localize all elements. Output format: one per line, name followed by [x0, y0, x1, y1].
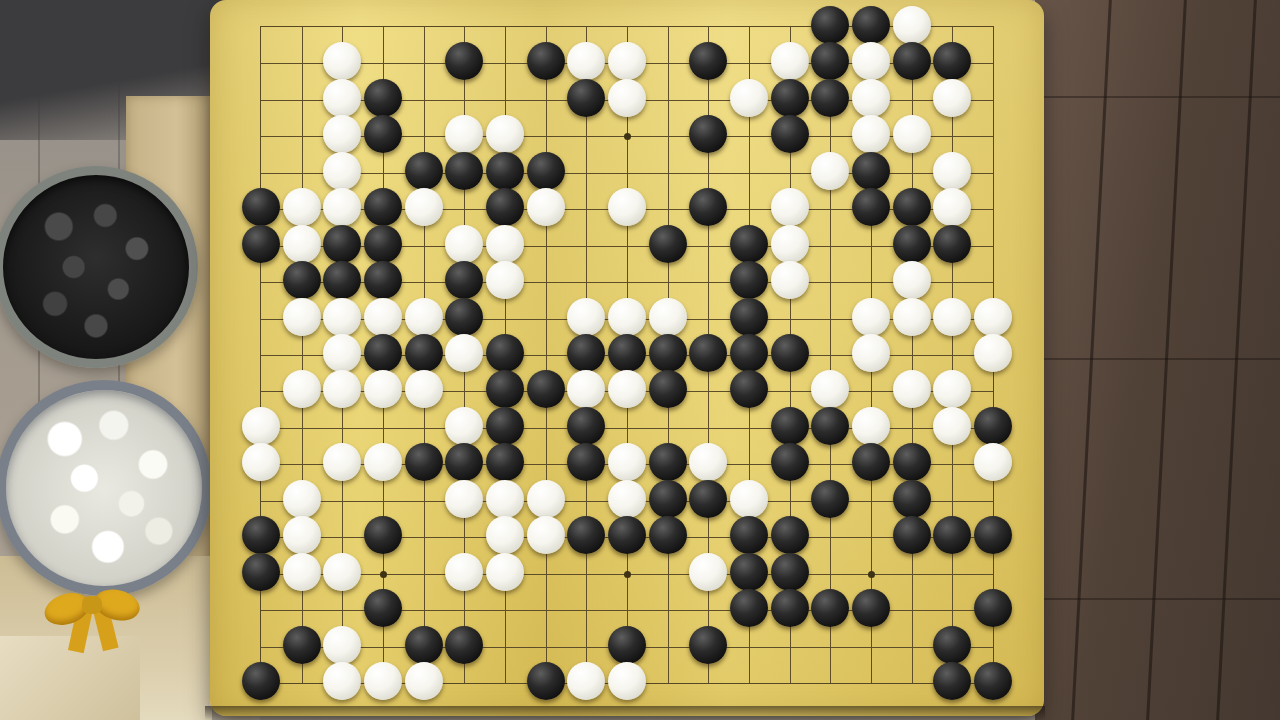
- black-stone[interactable]: [974, 589, 1012, 627]
- black-stone[interactable]: [811, 589, 849, 627]
- black-stone[interactable]: [405, 334, 443, 372]
- white-stone[interactable]: [893, 261, 931, 299]
- white-stone[interactable]: [852, 42, 890, 80]
- black-stone[interactable]: [811, 42, 849, 80]
- black-stone[interactable]: [649, 370, 687, 408]
- black-stone[interactable]: [689, 334, 727, 372]
- black-stone[interactable]: [771, 589, 809, 627]
- black-stone[interactable]: [771, 407, 809, 445]
- white-stone[interactable]: [933, 370, 971, 408]
- black-stone[interactable]: [567, 334, 605, 372]
- black-stone[interactable]: [974, 662, 1012, 700]
- black-stone[interactable]: [893, 443, 931, 481]
- white-stone[interactable]: [974, 298, 1012, 336]
- white-stone[interactable]: [567, 370, 605, 408]
- black-stone[interactable]: [486, 334, 524, 372]
- black-stone[interactable]: [730, 516, 768, 554]
- black-stone[interactable]: [527, 370, 565, 408]
- black-stone[interactable]: [730, 553, 768, 591]
- white-stone[interactable]: [689, 443, 727, 481]
- black-stone[interactable]: [974, 516, 1012, 554]
- black-stone[interactable]: [933, 225, 971, 263]
- black-stone[interactable]: [405, 443, 443, 481]
- white-stone[interactable]: [893, 370, 931, 408]
- black-stone[interactable]: [649, 443, 687, 481]
- white-stone[interactable]: [486, 516, 524, 554]
- black-stone[interactable]: [649, 516, 687, 554]
- black-stone[interactable]: [811, 6, 849, 44]
- white-stone[interactable]: [323, 626, 361, 664]
- plank-seam: [1071, 0, 1112, 720]
- black-stone[interactable]: [242, 188, 280, 226]
- black-stone[interactable]: [445, 626, 483, 664]
- white-stone[interactable]: [527, 188, 565, 226]
- black-stone[interactable]: [242, 662, 280, 700]
- white-stone[interactable]: [486, 261, 524, 299]
- white-stone[interactable]: [323, 152, 361, 190]
- white-stone[interactable]: [486, 553, 524, 591]
- black-stone[interactable]: [730, 334, 768, 372]
- black-stone[interactable]: [608, 334, 646, 372]
- black-stone[interactable]: [771, 334, 809, 372]
- black-stone[interactable]: [771, 553, 809, 591]
- black-stone[interactable]: [933, 516, 971, 554]
- black-stone[interactable]: [608, 626, 646, 664]
- white-stone[interactable]: [445, 480, 483, 518]
- white-stone[interactable]: [527, 480, 565, 518]
- black-stone[interactable]: [283, 626, 321, 664]
- black-stone[interactable]: [893, 225, 931, 263]
- white-stone[interactable]: [771, 42, 809, 80]
- white-stone[interactable]: [405, 298, 443, 336]
- black-stone[interactable]: [364, 589, 402, 627]
- black-stone[interactable]: [242, 225, 280, 263]
- white-stone[interactable]: [323, 115, 361, 153]
- board-shadow: [205, 706, 1045, 720]
- white-stone[interactable]: [283, 370, 321, 408]
- star-point: [380, 571, 387, 578]
- white-stone[interactable]: [323, 42, 361, 80]
- white-stone[interactable]: [364, 298, 402, 336]
- white-stone[interactable]: [445, 225, 483, 263]
- black-stone[interactable]: [893, 42, 931, 80]
- go-grid[interactable]: [260, 26, 994, 684]
- white-stone[interactable]: [486, 225, 524, 263]
- white-stone[interactable]: [689, 553, 727, 591]
- black-stone[interactable]: [242, 553, 280, 591]
- black-stone[interactable]: [567, 443, 605, 481]
- black-stone[interactable]: [527, 42, 565, 80]
- white-stone[interactable]: [527, 516, 565, 554]
- white-stone[interactable]: [608, 662, 646, 700]
- white-stone[interactable]: [486, 480, 524, 518]
- black-stone-bowl[interactable]: [0, 166, 198, 368]
- white-stone[interactable]: [933, 79, 971, 117]
- black-stone[interactable]: [852, 188, 890, 226]
- white-stone[interactable]: [323, 370, 361, 408]
- black-stone[interactable]: [730, 298, 768, 336]
- black-stone[interactable]: [486, 443, 524, 481]
- black-stone[interactable]: [933, 626, 971, 664]
- white-stone-bowl[interactable]: [0, 380, 212, 596]
- white-stone[interactable]: [567, 298, 605, 336]
- black-stone[interactable]: [689, 42, 727, 80]
- black-stone[interactable]: [893, 480, 931, 518]
- white-stone[interactable]: [811, 152, 849, 190]
- black-stone[interactable]: [811, 480, 849, 518]
- star-point: [624, 571, 631, 578]
- white-stone[interactable]: [608, 480, 646, 518]
- white-stone[interactable]: [608, 370, 646, 408]
- white-stone[interactable]: [567, 662, 605, 700]
- white-stone[interactable]: [933, 188, 971, 226]
- black-stone[interactable]: [527, 152, 565, 190]
- black-stone[interactable]: [771, 79, 809, 117]
- white-stone[interactable]: [852, 298, 890, 336]
- black-stone[interactable]: [445, 42, 483, 80]
- white-stone[interactable]: [852, 407, 890, 445]
- black-stone[interactable]: [567, 516, 605, 554]
- white-stone[interactable]: [323, 188, 361, 226]
- black-stone[interactable]: [364, 261, 402, 299]
- white-stone[interactable]: [852, 79, 890, 117]
- white-stone[interactable]: [771, 188, 809, 226]
- black-stone[interactable]: [852, 6, 890, 44]
- black-stone[interactable]: [730, 225, 768, 263]
- black-stone[interactable]: [364, 334, 402, 372]
- white-stone[interactable]: [567, 42, 605, 80]
- ribbon-knot: [82, 596, 102, 614]
- black-stone[interactable]: [730, 261, 768, 299]
- black-stone[interactable]: [811, 407, 849, 445]
- black-stone[interactable]: [771, 443, 809, 481]
- black-stone[interactable]: [364, 115, 402, 153]
- white-stone[interactable]: [445, 334, 483, 372]
- white-stone[interactable]: [445, 407, 483, 445]
- white-stone[interactable]: [242, 443, 280, 481]
- white-stone[interactable]: [608, 79, 646, 117]
- white-stone[interactable]: [283, 553, 321, 591]
- black-stone[interactable]: [405, 626, 443, 664]
- white-stone[interactable]: [649, 298, 687, 336]
- black-stone[interactable]: [852, 589, 890, 627]
- white-stone[interactable]: [323, 334, 361, 372]
- white-stone[interactable]: [852, 334, 890, 372]
- black-stone[interactable]: [730, 370, 768, 408]
- white-stone[interactable]: [283, 480, 321, 518]
- black-stone[interactable]: [567, 79, 605, 117]
- white-stone[interactable]: [608, 42, 646, 80]
- white-stone[interactable]: [933, 407, 971, 445]
- white-stone[interactable]: [933, 152, 971, 190]
- white-stone[interactable]: [893, 115, 931, 153]
- black-stone[interactable]: [689, 480, 727, 518]
- white-stone[interactable]: [242, 407, 280, 445]
- black-stone[interactable]: [445, 152, 483, 190]
- black-stone[interactable]: [893, 188, 931, 226]
- white-stone[interactable]: [283, 188, 321, 226]
- grid-line: [952, 27, 953, 683]
- white-stone[interactable]: [323, 662, 361, 700]
- plank-seam: [1035, 358, 1280, 360]
- white-stone[interactable]: [405, 188, 443, 226]
- black-stone[interactable]: [933, 42, 971, 80]
- star-point: [624, 133, 631, 140]
- black-stone[interactable]: [852, 443, 890, 481]
- grid-line: [830, 27, 831, 683]
- black-stone[interactable]: [771, 516, 809, 554]
- white-stone[interactable]: [364, 662, 402, 700]
- white-stone[interactable]: [323, 79, 361, 117]
- white-stone[interactable]: [405, 662, 443, 700]
- black-stone[interactable]: [974, 407, 1012, 445]
- white-stone[interactable]: [445, 553, 483, 591]
- white-stone[interactable]: [283, 298, 321, 336]
- white-stone[interactable]: [811, 370, 849, 408]
- black-stone[interactable]: [323, 261, 361, 299]
- white-stone[interactable]: [730, 79, 768, 117]
- white-stone[interactable]: [608, 188, 646, 226]
- black-stone[interactable]: [486, 370, 524, 408]
- white-stone[interactable]: [364, 443, 402, 481]
- black-stone[interactable]: [405, 152, 443, 190]
- black-stone[interactable]: [689, 188, 727, 226]
- floor-dark-planks: [1035, 0, 1280, 720]
- black-stone[interactable]: [527, 662, 565, 700]
- black-stone[interactable]: [649, 225, 687, 263]
- white-stone[interactable]: [283, 516, 321, 554]
- white-stone[interactable]: [405, 370, 443, 408]
- black-stone[interactable]: [283, 261, 321, 299]
- black-stone[interactable]: [567, 407, 605, 445]
- white-stone[interactable]: [933, 298, 971, 336]
- black-stone[interactable]: [649, 480, 687, 518]
- white-stone[interactable]: [852, 115, 890, 153]
- black-stone[interactable]: [486, 407, 524, 445]
- black-stone[interactable]: [445, 298, 483, 336]
- ribbon-bow: [42, 580, 152, 660]
- black-stone[interactable]: [364, 188, 402, 226]
- black-stone[interactable]: [242, 516, 280, 554]
- white-stone[interactable]: [283, 225, 321, 263]
- white-stone[interactable]: [771, 261, 809, 299]
- white-stone[interactable]: [364, 370, 402, 408]
- black-stone[interactable]: [933, 662, 971, 700]
- white-stone[interactable]: [771, 225, 809, 263]
- white-stone[interactable]: [323, 553, 361, 591]
- black-stone[interactable]: [364, 516, 402, 554]
- white-stone[interactable]: [323, 298, 361, 336]
- black-stone[interactable]: [364, 225, 402, 263]
- black-stone[interactable]: [486, 188, 524, 226]
- white-stone[interactable]: [608, 443, 646, 481]
- plank-seam: [1035, 598, 1280, 600]
- plank-seam: [1035, 96, 1280, 98]
- black-stone[interactable]: [689, 626, 727, 664]
- black-stone[interactable]: [852, 152, 890, 190]
- white-stone[interactable]: [608, 298, 646, 336]
- black-stone[interactable]: [689, 115, 727, 153]
- black-stone[interactable]: [445, 443, 483, 481]
- black-stone[interactable]: [323, 225, 361, 263]
- black-stone[interactable]: [608, 516, 646, 554]
- star-point: [868, 571, 875, 578]
- black-stone[interactable]: [486, 152, 524, 190]
- white-stone[interactable]: [445, 115, 483, 153]
- plank-seam: [1146, 0, 1187, 720]
- black-stone[interactable]: [811, 79, 849, 117]
- go-game-photo: { "game": "go", "board_size": 19, "posit…: [0, 0, 1280, 720]
- black-stone[interactable]: [771, 115, 809, 153]
- plank-seam: [1216, 0, 1257, 720]
- black-stone[interactable]: [649, 334, 687, 372]
- white-stone[interactable]: [974, 334, 1012, 372]
- white-stone[interactable]: [893, 298, 931, 336]
- white-stone[interactable]: [893, 6, 931, 44]
- black-stone[interactable]: [445, 261, 483, 299]
- black-stone[interactable]: [893, 516, 931, 554]
- white-stone[interactable]: [486, 115, 524, 153]
- white-stone[interactable]: [323, 443, 361, 481]
- white-stone[interactable]: [974, 443, 1012, 481]
- black-stone[interactable]: [730, 589, 768, 627]
- white-stone[interactable]: [730, 480, 768, 518]
- go-board[interactable]: [210, 0, 1044, 716]
- black-stone[interactable]: [364, 79, 402, 117]
